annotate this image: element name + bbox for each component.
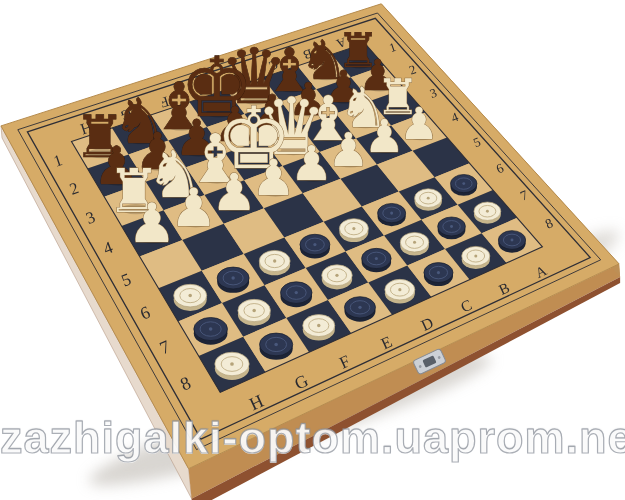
cream-checker-a7 bbox=[474, 202, 501, 224]
cream-checker-f8 bbox=[303, 315, 335, 341]
navy-checker-a8 bbox=[498, 231, 525, 253]
cream-checker-g7 bbox=[238, 299, 271, 325]
navy-checker-f7 bbox=[281, 282, 312, 307]
cream-checker-b8 bbox=[462, 246, 490, 269]
cream-checker-h6 bbox=[174, 284, 207, 311]
product-photo: 11HH22GG33FF44EE55DD66CC77BB88AA♜♞♝♛♚♝♞♜… bbox=[0, 0, 625, 500]
cream-pawn-d4: ♟ bbox=[290, 135, 333, 191]
svg-text:♟: ♟ bbox=[251, 149, 295, 207]
cream-checker-h8 bbox=[215, 352, 249, 380]
cream-checker-d8 bbox=[385, 279, 415, 303]
cream-pawn-g4: ♟ bbox=[170, 177, 217, 238]
cream-checker-f6 bbox=[259, 250, 290, 275]
svg-text:♟: ♟ bbox=[399, 98, 439, 149]
cream-checker-b6 bbox=[415, 189, 442, 211]
navy-checker-c8 bbox=[424, 263, 453, 286]
cream-pawn-h4: ♟ bbox=[127, 191, 176, 255]
cream-pawn-b4: ♟ bbox=[364, 110, 405, 163]
navy-checker-b7 bbox=[438, 217, 466, 239]
cream-pawn-a4: ♟ bbox=[399, 98, 439, 149]
cream-checker-e7 bbox=[322, 265, 352, 290]
cream-pawn-c4: ♟ bbox=[327, 123, 369, 177]
navy-checker-d7 bbox=[362, 248, 392, 272]
cream-checker-c7 bbox=[400, 232, 429, 255]
svg-text:♟: ♟ bbox=[211, 162, 257, 222]
navy-checker-g6 bbox=[217, 267, 249, 293]
navy-checker-g8 bbox=[260, 333, 293, 360]
svg-text:♟: ♟ bbox=[327, 123, 369, 177]
cream-checker-d6 bbox=[339, 219, 368, 242]
navy-checker-e6 bbox=[300, 234, 330, 258]
svg-text:♟: ♟ bbox=[170, 177, 217, 238]
navy-checker-a6 bbox=[451, 175, 477, 196]
navy-checker-e8 bbox=[344, 297, 375, 322]
navy-checker-c6 bbox=[378, 203, 406, 226]
chess-checkers-board: 11HH22GG33FF44EE55DD66CC77BB88AA♜♞♝♛♚♝♞♜… bbox=[0, 0, 625, 500]
svg-text:♟: ♟ bbox=[364, 110, 405, 163]
svg-text:♟: ♟ bbox=[290, 135, 333, 191]
svg-text:♟: ♟ bbox=[127, 191, 176, 255]
navy-checker-h7 bbox=[194, 317, 228, 344]
cream-pawn-e4: ♟ bbox=[251, 149, 295, 207]
cream-pawn-f4: ♟ bbox=[211, 162, 257, 222]
